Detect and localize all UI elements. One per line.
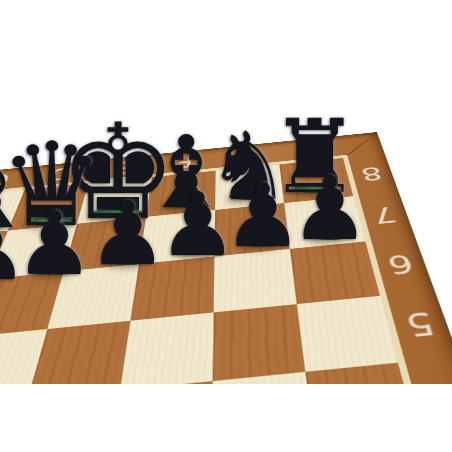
pawn-glyph: ♟ — [0, 197, 28, 300]
piece-black-pawn-e7: ♟ — [88, 190, 167, 278]
pawn-glyph: ♟ — [88, 182, 167, 285]
pawn-glyph: ♟ — [158, 173, 237, 276]
piece-black-pawn-f7: ♟ — [158, 181, 237, 269]
photo-crop-bottom — [0, 384, 452, 452]
chessboard-photo: ABCDEFGH87654321 ♝♛♚♝♞♜♟♟♟♟♟♟ — [0, 0, 452, 452]
piece-black-pawn-c7: ♟ — [0, 205, 28, 293]
